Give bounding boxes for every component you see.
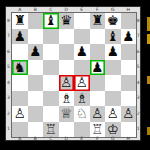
square-h6[interactable] (121, 44, 137, 60)
rank-label-right-8: 8 (137, 19, 140, 24)
square-e5[interactable] (74, 60, 90, 76)
square-h4[interactable] (121, 75, 137, 91)
square-d3[interactable]: ♗ (59, 91, 75, 107)
square-b4[interactable] (28, 75, 44, 91)
black-king: ♚ (107, 13, 119, 29)
black-pawn: ♟ (122, 29, 134, 45)
black-bishop: ♝ (107, 29, 119, 45)
black-queen: ♛ (60, 13, 72, 29)
square-a4[interactable] (12, 75, 28, 91)
file-label-top-a: A (18, 7, 21, 12)
square-c2[interactable] (43, 106, 59, 122)
square-d8[interactable]: ♛ (59, 13, 75, 29)
white-bishop: ♗ (76, 91, 88, 107)
black-rook: ♜ (91, 13, 103, 29)
square-h7[interactable]: ♟ (121, 29, 137, 45)
square-f4[interactable] (90, 75, 106, 91)
square-h2[interactable]: ♙ (121, 106, 137, 122)
square-a6[interactable] (12, 44, 28, 60)
white-queen: ♕ (60, 106, 72, 122)
rank-label-left-6: 6 (7, 50, 10, 55)
square-b6[interactable]: ♟ (28, 44, 44, 60)
square-c8[interactable]: ♝ (43, 13, 59, 29)
rank-label-right-2: 2 (137, 112, 140, 117)
square-g3[interactable] (105, 91, 121, 107)
white-pawn: ♙ (60, 75, 72, 91)
square-e3[interactable]: ♗ (74, 91, 90, 107)
square-h8[interactable] (121, 13, 137, 29)
file-label-top-b: B (34, 7, 37, 12)
square-a5[interactable]: ♞ (12, 60, 28, 76)
square-b8[interactable] (28, 13, 44, 29)
rank-label-right-1: 1 (137, 127, 140, 132)
rank-label-left-5: 5 (7, 65, 10, 70)
file-label-bottom-b: B (34, 136, 37, 141)
rank-label-left-3: 3 (7, 96, 10, 101)
rank-label-left-1: 1 (7, 127, 10, 132)
file-label-top-g: G (111, 7, 115, 12)
square-d4[interactable]: ♙ (59, 75, 75, 91)
black-pawn: ♟ (29, 44, 41, 60)
square-f6[interactable] (90, 44, 106, 60)
chess-board-frame: ♜♝♛♜♚♟♝♟♟♟♟♞♟♙♙♗♗♙♕♘♙♙♙♖♖♔ AABBCCDDEEFFG… (5, 6, 141, 141)
square-g6[interactable]: ♟ (105, 44, 121, 60)
file-label-top-d: D (65, 7, 68, 12)
rank-label-right-6: 6 (137, 50, 140, 55)
square-a7[interactable]: ♟ (12, 29, 28, 45)
white-pawn: ♙ (107, 106, 119, 122)
file-label-bottom-a: A (18, 136, 21, 141)
rank-label-right-4: 4 (137, 81, 140, 86)
square-a3[interactable] (12, 91, 28, 107)
square-c4[interactable] (43, 75, 59, 91)
square-b5[interactable] (28, 60, 44, 76)
square-e6[interactable]: ♟ (74, 44, 90, 60)
square-g4[interactable] (105, 75, 121, 91)
clipped-text-artifact (147, 127, 150, 135)
file-label-bottom-c: C (49, 136, 52, 141)
white-bishop: ♗ (60, 91, 72, 107)
rank-label-left-4: 4 (7, 81, 10, 86)
square-a8[interactable]: ♜ (12, 13, 28, 29)
square-g5[interactable] (105, 60, 121, 76)
black-pawn: ♟ (14, 29, 26, 45)
white-knight: ♘ (76, 106, 88, 122)
square-a2[interactable]: ♙ (12, 106, 28, 122)
file-label-bottom-h: H (127, 136, 130, 141)
square-d7[interactable] (59, 29, 75, 45)
file-label-bottom-e: E (80, 136, 83, 141)
square-d5[interactable] (59, 60, 75, 76)
black-pawn: ♟ (107, 44, 119, 60)
file-label-top-c: C (49, 7, 52, 12)
square-c7[interactable] (43, 29, 59, 45)
rank-label-right-7: 7 (137, 34, 140, 39)
white-pawn: ♙ (122, 106, 134, 122)
file-label-bottom-f: F (96, 136, 99, 141)
square-c3[interactable] (43, 91, 59, 107)
square-d2[interactable]: ♕ (59, 106, 75, 122)
square-c6[interactable] (43, 44, 59, 60)
black-pawn: ♟ (91, 60, 103, 76)
square-f7[interactable] (90, 29, 106, 45)
black-knight: ♞ (14, 60, 26, 76)
file-label-bottom-g: G (111, 136, 115, 141)
square-e7[interactable] (74, 29, 90, 45)
square-c5[interactable] (43, 60, 59, 76)
black-pawn: ♟ (76, 44, 88, 60)
rank-label-right-5: 5 (137, 65, 140, 70)
square-e2[interactable]: ♘ (74, 106, 90, 122)
square-b7[interactable] (28, 29, 44, 45)
square-b3[interactable] (28, 91, 44, 107)
screenshot-root: ♜♝♛♜♚♟♝♟♟♟♟♞♟♙♙♗♗♙♕♘♙♙♙♖♖♔ AABBCCDDEEFFG… (0, 0, 150, 150)
square-b2[interactable] (28, 106, 44, 122)
white-pawn: ♙ (91, 106, 103, 122)
file-label-top-h: H (127, 7, 130, 12)
file-label-bottom-d: D (65, 136, 68, 141)
black-bishop: ♝ (45, 13, 57, 29)
clipped-text-artifact (147, 34, 150, 44)
chess-board: ♜♝♛♜♚♟♝♟♟♟♟♞♟♙♙♗♗♙♕♘♙♙♙♖♖♔ (11, 12, 137, 138)
square-d6[interactable] (59, 44, 75, 60)
square-e4[interactable]: ♙ (74, 75, 90, 91)
rank-label-left-7: 7 (7, 34, 10, 39)
square-g2[interactable]: ♙ (105, 106, 121, 122)
black-rook: ♜ (14, 13, 26, 29)
white-pawn: ♙ (76, 75, 88, 91)
square-e8[interactable] (74, 13, 90, 29)
square-f5[interactable]: ♟ (90, 60, 106, 76)
square-g7[interactable]: ♝ (105, 29, 121, 45)
square-h5[interactable] (121, 60, 137, 76)
clipped-text-artifact (147, 17, 150, 31)
rank-label-right-3: 3 (137, 96, 140, 101)
rank-label-left-2: 2 (7, 112, 10, 117)
square-g8[interactable]: ♚ (105, 13, 121, 29)
file-label-top-f: F (96, 7, 99, 12)
file-label-top-e: E (80, 7, 83, 12)
clipped-text-artifact (147, 76, 150, 84)
square-f8[interactable]: ♜ (90, 13, 106, 29)
rank-label-left-8: 8 (7, 19, 10, 24)
square-f2[interactable]: ♙ (90, 106, 106, 122)
white-pawn: ♙ (14, 106, 26, 122)
square-h3[interactable] (121, 91, 137, 107)
square-f3[interactable] (90, 91, 106, 107)
